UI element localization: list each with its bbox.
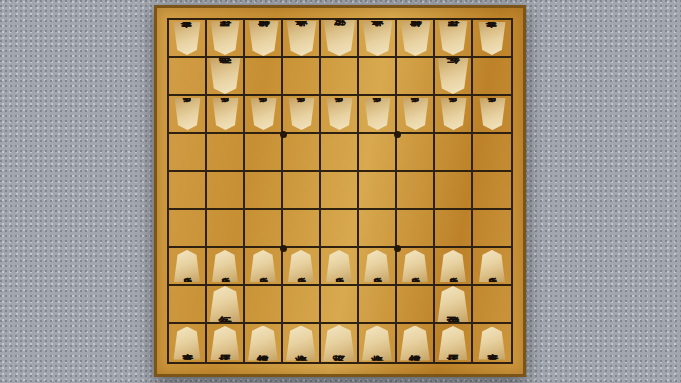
piece-gote-pawn[interactable]: 歩兵 xyxy=(402,98,429,130)
square-83[interactable]: 歩兵 xyxy=(207,96,245,134)
square-76[interactable] xyxy=(245,210,283,248)
square-53[interactable]: 歩兵 xyxy=(321,96,359,134)
piece-sente-bishop[interactable]: 角行 xyxy=(209,286,241,322)
square-38[interactable] xyxy=(397,286,435,324)
square-18[interactable] xyxy=(473,286,511,324)
piece-sente-knight[interactable]: 桂馬 xyxy=(438,326,468,360)
piece-sente-pawn[interactable]: 歩兵 xyxy=(326,250,353,282)
square-35[interactable] xyxy=(397,172,435,210)
board-grid: 香車桂馬銀将金将玉将金将銀将桂馬香車飛車角行歩兵歩兵歩兵歩兵歩兵歩兵歩兵歩兵歩兵… xyxy=(167,18,513,364)
square-44[interactable] xyxy=(359,134,397,172)
piece-gote-lance[interactable]: 香車 xyxy=(478,22,506,55)
square-37[interactable]: 歩兵 xyxy=(397,248,435,286)
square-23[interactable]: 歩兵 xyxy=(435,96,473,134)
square-49[interactable]: 金将 xyxy=(359,324,397,362)
piece-gote-bishop[interactable]: 角行 xyxy=(437,58,469,94)
piece-sente-gold[interactable]: 金将 xyxy=(362,326,393,361)
piece-sente-king[interactable]: 王将 xyxy=(323,325,356,361)
piece-sente-gold[interactable]: 金将 xyxy=(286,326,317,361)
square-54[interactable] xyxy=(321,134,359,172)
square-96[interactable] xyxy=(169,210,207,248)
square-19[interactable]: 香車 xyxy=(473,324,511,362)
square-17[interactable]: 歩兵 xyxy=(473,248,511,286)
piece-gote-lance[interactable]: 香車 xyxy=(173,22,201,55)
square-84[interactable] xyxy=(207,134,245,172)
square-15[interactable] xyxy=(473,172,511,210)
square-52[interactable] xyxy=(321,58,359,96)
square-58[interactable] xyxy=(321,286,359,324)
square-55[interactable] xyxy=(321,172,359,210)
square-36[interactable] xyxy=(397,210,435,248)
square-33[interactable]: 歩兵 xyxy=(397,96,435,134)
shogi-board: 香車桂馬銀将金将玉将金将銀将桂馬香車飛車角行歩兵歩兵歩兵歩兵歩兵歩兵歩兵歩兵歩兵… xyxy=(154,5,526,377)
square-66[interactable] xyxy=(283,210,321,248)
square-42[interactable] xyxy=(359,58,397,96)
square-62[interactable] xyxy=(283,58,321,96)
square-46[interactable] xyxy=(359,210,397,248)
square-14[interactable] xyxy=(473,134,511,172)
piece-sente-pawn[interactable]: 歩兵 xyxy=(479,250,506,282)
square-45[interactable] xyxy=(359,172,397,210)
board-grid-wrap: 香車桂馬銀将金将玉将金将銀将桂馬香車飛車角行歩兵歩兵歩兵歩兵歩兵歩兵歩兵歩兵歩兵… xyxy=(167,18,513,364)
square-24[interactable] xyxy=(435,134,473,172)
piece-sente-pawn[interactable]: 歩兵 xyxy=(288,250,315,282)
square-72[interactable] xyxy=(245,58,283,96)
square-99[interactable]: 香車 xyxy=(169,324,207,362)
square-41[interactable]: 金将 xyxy=(359,20,397,58)
square-92[interactable] xyxy=(169,58,207,96)
piece-gote-silver[interactable]: 銀将 xyxy=(400,21,431,56)
square-59[interactable]: 王将 xyxy=(321,324,359,362)
square-28[interactable]: 飛車 xyxy=(435,286,473,324)
piece-gote-pawn[interactable]: 歩兵 xyxy=(364,98,391,130)
piece-gote-gold[interactable]: 金将 xyxy=(286,21,317,56)
square-65[interactable] xyxy=(283,172,321,210)
square-22[interactable]: 角行 xyxy=(435,58,473,96)
square-11[interactable]: 香車 xyxy=(473,20,511,58)
piece-sente-pawn[interactable]: 歩兵 xyxy=(402,250,429,282)
piece-sente-rook[interactable]: 飛車 xyxy=(437,286,469,322)
square-75[interactable] xyxy=(245,172,283,210)
square-81[interactable]: 桂馬 xyxy=(207,20,245,58)
piece-gote-pawn[interactable]: 歩兵 xyxy=(479,98,506,130)
square-32[interactable] xyxy=(397,58,435,96)
piece-gote-rook[interactable]: 飛車 xyxy=(209,58,241,94)
square-82[interactable]: 飛車 xyxy=(207,58,245,96)
square-47[interactable]: 歩兵 xyxy=(359,248,397,286)
piece-gote-knight[interactable]: 桂馬 xyxy=(210,21,240,55)
square-25[interactable] xyxy=(435,172,473,210)
square-77[interactable]: 歩兵 xyxy=(245,248,283,286)
square-78[interactable] xyxy=(245,286,283,324)
square-85[interactable] xyxy=(207,172,245,210)
piece-sente-silver[interactable]: 銀将 xyxy=(400,326,431,361)
piece-gote-pawn[interactable]: 歩兵 xyxy=(440,98,467,130)
square-21[interactable]: 桂馬 xyxy=(435,20,473,58)
piece-sente-silver[interactable]: 銀将 xyxy=(248,326,279,361)
square-87[interactable]: 歩兵 xyxy=(207,248,245,286)
piece-gote-pawn[interactable]: 歩兵 xyxy=(288,98,315,130)
square-56[interactable] xyxy=(321,210,359,248)
piece-gote-pawn[interactable]: 歩兵 xyxy=(212,98,239,130)
square-94[interactable] xyxy=(169,134,207,172)
piece-sente-lance[interactable]: 香車 xyxy=(478,327,506,360)
square-86[interactable] xyxy=(207,210,245,248)
square-79[interactable]: 銀将 xyxy=(245,324,283,362)
square-98[interactable] xyxy=(169,286,207,324)
square-68[interactable] xyxy=(283,286,321,324)
square-39[interactable]: 銀将 xyxy=(397,324,435,362)
square-31[interactable]: 銀将 xyxy=(397,20,435,58)
square-89[interactable]: 桂馬 xyxy=(207,324,245,362)
piece-sente-knight[interactable]: 桂馬 xyxy=(210,326,240,360)
square-93[interactable]: 歩兵 xyxy=(169,96,207,134)
square-69[interactable]: 金将 xyxy=(283,324,321,362)
square-16[interactable] xyxy=(473,210,511,248)
square-48[interactable] xyxy=(359,286,397,324)
square-64[interactable] xyxy=(283,134,321,172)
square-91[interactable]: 香車 xyxy=(169,20,207,58)
square-95[interactable] xyxy=(169,172,207,210)
square-26[interactable] xyxy=(435,210,473,248)
square-88[interactable]: 角行 xyxy=(207,286,245,324)
square-34[interactable] xyxy=(397,134,435,172)
square-73[interactable]: 歩兵 xyxy=(245,96,283,134)
square-13[interactable]: 歩兵 xyxy=(473,96,511,134)
piece-sente-pawn[interactable]: 歩兵 xyxy=(174,250,201,282)
piece-gote-pawn[interactable]: 歩兵 xyxy=(174,98,201,130)
square-27[interactable]: 歩兵 xyxy=(435,248,473,286)
square-51[interactable]: 玉将 xyxy=(321,20,359,58)
piece-gote-gold[interactable]: 金将 xyxy=(362,21,393,56)
square-43[interactable]: 歩兵 xyxy=(359,96,397,134)
piece-sente-pawn[interactable]: 歩兵 xyxy=(440,250,467,282)
square-67[interactable]: 歩兵 xyxy=(283,248,321,286)
piece-gote-pawn[interactable]: 歩兵 xyxy=(326,98,353,130)
piece-sente-pawn[interactable]: 歩兵 xyxy=(364,250,391,282)
square-12[interactable] xyxy=(473,58,511,96)
square-71[interactable]: 銀将 xyxy=(245,20,283,58)
piece-gote-silver[interactable]: 銀将 xyxy=(248,21,279,56)
square-61[interactable]: 金将 xyxy=(283,20,321,58)
piece-gote-king[interactable]: 玉将 xyxy=(323,20,356,56)
carpet-background: 香車桂馬銀将金将玉将金将銀将桂馬香車飛車角行歩兵歩兵歩兵歩兵歩兵歩兵歩兵歩兵歩兵… xyxy=(0,0,681,383)
piece-gote-pawn[interactable]: 歩兵 xyxy=(250,98,277,130)
piece-sente-pawn[interactable]: 歩兵 xyxy=(250,250,277,282)
square-29[interactable]: 桂馬 xyxy=(435,324,473,362)
piece-sente-lance[interactable]: 香車 xyxy=(173,327,201,360)
square-63[interactable]: 歩兵 xyxy=(283,96,321,134)
square-57[interactable]: 歩兵 xyxy=(321,248,359,286)
square-97[interactable]: 歩兵 xyxy=(169,248,207,286)
piece-gote-knight[interactable]: 桂馬 xyxy=(438,21,468,55)
piece-sente-pawn[interactable]: 歩兵 xyxy=(212,250,239,282)
square-74[interactable] xyxy=(245,134,283,172)
